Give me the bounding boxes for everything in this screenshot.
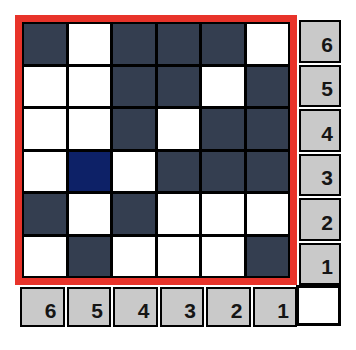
- board-cell-col2-row4[interactable]: [202, 109, 244, 149]
- board-cell-col6-row2[interactable]: [24, 194, 66, 234]
- column-label-4: 4: [113, 287, 158, 327]
- board-cell-col2-row1[interactable]: [202, 237, 244, 277]
- board-cell-col6-row4[interactable]: [24, 109, 66, 149]
- column-labels-row: 654321: [20, 287, 297, 327]
- board-cell-col3-row2[interactable]: [158, 194, 200, 234]
- board-cell-col5-row4[interactable]: [69, 109, 111, 149]
- column-label-2: 2: [206, 287, 251, 327]
- board-cell-col4-row3[interactable]: [113, 152, 155, 192]
- board-cell-col4-row4[interactable]: [113, 109, 155, 149]
- board-cell-col6-row5[interactable]: [24, 67, 66, 107]
- board-cell-col3-row3[interactable]: [158, 152, 200, 192]
- board-cell-col4-row5[interactable]: [113, 67, 155, 107]
- row-label-6: 6: [299, 20, 341, 63]
- board-cell-col2-row5[interactable]: [202, 67, 244, 107]
- board-cell-col1-row3[interactable]: [247, 152, 289, 192]
- board-cell-col2-row2[interactable]: [202, 194, 244, 234]
- row-label-1: 1: [299, 243, 341, 286]
- board-cell-col2-row3[interactable]: [202, 152, 244, 192]
- board-cell-col6-row1[interactable]: [24, 237, 66, 277]
- board-cell-col4-row6[interactable]: [113, 24, 155, 64]
- row-label-2: 2: [299, 198, 341, 241]
- corner-cell: [296, 285, 341, 326]
- row-labels-column: 654321: [299, 20, 341, 285]
- board-cell-col1-row2[interactable]: [247, 194, 289, 234]
- board-cell-col3-row5[interactable]: [158, 67, 200, 107]
- row-label-4: 4: [299, 109, 341, 152]
- board-cell-col5-row5[interactable]: [69, 67, 111, 107]
- board-cell-col3-row6[interactable]: [158, 24, 200, 64]
- board-cell-col6-row3[interactable]: [24, 152, 66, 192]
- row-label-5: 5: [299, 65, 341, 108]
- board-cell-col4-row2[interactable]: [113, 194, 155, 234]
- puzzle-page: 654321 654321: [0, 0, 356, 350]
- board-cell-col5-row6[interactable]: [69, 24, 111, 64]
- column-label-1: 1: [253, 287, 298, 327]
- board-cell-col2-row6[interactable]: [202, 24, 244, 64]
- board-cell-col1-row6[interactable]: [247, 24, 289, 64]
- column-label-6: 6: [20, 287, 65, 327]
- board-cell-col6-row6[interactable]: [24, 24, 66, 64]
- board-cell-col4-row1[interactable]: [113, 237, 155, 277]
- puzzle-board: [22, 22, 290, 278]
- board-cell-col3-row1[interactable]: [158, 237, 200, 277]
- board-cell-col1-row1[interactable]: [247, 237, 289, 277]
- board-cell-col5-row3[interactable]: [69, 152, 111, 192]
- board-cell-col3-row4[interactable]: [158, 109, 200, 149]
- board-cell-col1-row4[interactable]: [247, 109, 289, 149]
- board-highlight-frame: [15, 15, 297, 285]
- board-cell-col1-row5[interactable]: [247, 67, 289, 107]
- row-label-3: 3: [299, 154, 341, 197]
- column-label-5: 5: [67, 287, 112, 327]
- column-label-3: 3: [160, 287, 205, 327]
- board-cell-col5-row1[interactable]: [69, 237, 111, 277]
- board-cell-col5-row2[interactable]: [69, 194, 111, 234]
